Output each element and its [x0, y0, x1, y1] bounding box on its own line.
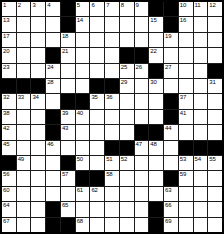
block-r10c14 [194, 141, 208, 155]
block-r2c12 [164, 17, 178, 31]
clue-number: 38 [3, 110, 9, 117]
clue-number: 19 [165, 33, 171, 40]
cell-r15c2[interactable] [17, 218, 31, 232]
clue-number: 10 [180, 2, 186, 9]
cell-r15c14[interactable] [194, 218, 208, 232]
cell-r12c1[interactable]: 56 [2, 171, 16, 185]
cell-r6c9[interactable]: 29 [120, 79, 134, 93]
cell-r5c3[interactable] [31, 64, 45, 78]
clue-number: 65 [62, 202, 68, 209]
cell-r3c6[interactable] [76, 33, 90, 47]
cell-r9c8[interactable] [105, 125, 119, 139]
block-r9c10 [135, 125, 149, 139]
cell-r11c12[interactable] [164, 156, 178, 170]
cell-r4c12[interactable] [164, 48, 178, 62]
cell-r14c9[interactable] [120, 202, 134, 216]
cell-r6c13[interactable] [179, 79, 193, 93]
clue-number: 11 [195, 2, 201, 9]
clue-number: 39 [62, 110, 68, 117]
cell-r9c7[interactable] [90, 125, 104, 139]
block-r6c8 [105, 79, 119, 93]
clue-number: 66 [165, 202, 171, 209]
crossword-board: 1234567891011121314151617181920212223242… [0, 0, 224, 234]
clue-number: 56 [3, 171, 9, 178]
clue-number: 2 [18, 2, 21, 9]
clue-number: 33 [18, 94, 24, 101]
block-r5c15 [208, 64, 222, 78]
cell-r3c1[interactable]: 17 [2, 33, 16, 47]
clue-number: 44 [165, 125, 171, 132]
cell-r12c14[interactable] [194, 171, 208, 185]
cell-r15c1[interactable]: 67 [2, 218, 16, 232]
cell-r8c2[interactable] [17, 110, 31, 124]
cell-r3c11[interactable] [149, 33, 163, 47]
cell-r14c14[interactable] [194, 202, 208, 216]
cell-r5c1[interactable]: 23 [2, 64, 16, 78]
cell-r13c15[interactable] [208, 187, 222, 201]
block-r15c4 [46, 218, 60, 232]
cell-r1c8[interactable]: 7 [105, 2, 119, 16]
cell-r5c7[interactable] [90, 64, 104, 78]
cell-r9c14[interactable] [194, 125, 208, 139]
cell-r6c6[interactable] [76, 79, 90, 93]
cell-r9c9[interactable] [120, 125, 134, 139]
cell-r8c1[interactable]: 38 [2, 110, 16, 124]
clue-number: 14 [77, 17, 83, 24]
cell-r10c5[interactable] [61, 141, 75, 155]
cell-r11c13[interactable]: 53 [179, 156, 193, 170]
cell-r2c14[interactable] [194, 17, 208, 31]
clue-number: 55 [209, 156, 215, 163]
cell-r8c13[interactable]: 41 [179, 110, 193, 124]
cell-r13c11[interactable] [149, 187, 163, 201]
cell-r2c3[interactable] [31, 17, 45, 31]
cell-r6c15[interactable]: 31 [208, 79, 222, 93]
cell-r14c6[interactable] [76, 202, 90, 216]
cell-r13c5[interactable] [61, 187, 75, 201]
block-r10c13 [179, 141, 193, 155]
clue-number: 68 [77, 218, 83, 225]
cell-r5c13[interactable] [179, 64, 193, 78]
clue-number: 69 [165, 218, 171, 225]
cell-r8c3[interactable] [31, 110, 45, 124]
clue-number: 16 [180, 17, 186, 24]
clue-number: 34 [32, 94, 38, 101]
cell-r14c7[interactable] [90, 202, 104, 216]
clue-number: 60 [3, 187, 9, 194]
clue-number: 25 [121, 64, 127, 71]
cell-r15c12[interactable]: 69 [164, 218, 178, 232]
block-r1c12 [164, 2, 178, 16]
block-r4c4 [46, 48, 60, 62]
cell-r1c15[interactable]: 12 [208, 2, 222, 16]
cell-r4c1[interactable]: 20 [2, 48, 16, 62]
clue-number: 40 [77, 110, 83, 117]
block-r1c11 [149, 2, 163, 16]
clue-number: 13 [3, 17, 9, 24]
cell-r6c10[interactable] [135, 79, 149, 93]
cell-r6c14[interactable] [194, 79, 208, 93]
cell-r11c14[interactable]: 54 [194, 156, 208, 170]
cell-r4c8[interactable] [105, 48, 119, 62]
cell-r5c8[interactable] [105, 64, 119, 78]
cell-r2c8[interactable] [105, 17, 119, 31]
clue-number: 17 [3, 33, 9, 40]
cell-r13c6[interactable]: 61 [76, 187, 90, 201]
cell-r14c3[interactable] [31, 202, 45, 216]
cell-r1c14[interactable]: 11 [194, 2, 208, 16]
block-r14c11 [149, 202, 163, 216]
cell-r7c7[interactable]: 35 [90, 94, 104, 108]
cell-r3c14[interactable] [194, 33, 208, 47]
block-r10c9 [120, 141, 134, 155]
cell-r2c1[interactable]: 13 [2, 17, 16, 31]
cell-r10c3[interactable] [31, 141, 45, 155]
clue-number: 50 [77, 156, 83, 163]
block-r9c11 [149, 125, 163, 139]
clue-number: 30 [150, 79, 156, 86]
block-r4c9 [120, 48, 134, 62]
cell-r13c10[interactable] [135, 187, 149, 201]
cell-r5c2[interactable] [17, 64, 31, 78]
cell-r4c13[interactable] [179, 48, 193, 62]
clue-number: 3 [32, 2, 35, 9]
block-r6c7 [90, 79, 104, 93]
cell-r3c13[interactable] [179, 33, 193, 47]
clue-number: 4 [47, 2, 50, 9]
cell-r8c6[interactable]: 40 [76, 110, 90, 124]
cell-r2c7[interactable] [90, 17, 104, 31]
clue-number: 54 [195, 156, 201, 163]
cell-r1c10[interactable]: 9 [135, 2, 149, 16]
cell-r13c2[interactable] [17, 187, 31, 201]
cell-r15c8[interactable] [105, 218, 119, 232]
cell-r4c15[interactable] [208, 48, 222, 62]
cell-r3c3[interactable] [31, 33, 45, 47]
cell-r2c13[interactable]: 16 [179, 17, 193, 31]
cell-r7c9[interactable] [120, 94, 134, 108]
cell-r3c7[interactable] [90, 33, 104, 47]
clue-number: 43 [62, 125, 68, 132]
cell-r12c15[interactable] [208, 171, 222, 185]
clue-number: 67 [3, 218, 9, 225]
clue-number: 22 [150, 48, 156, 55]
block-r6c2 [17, 79, 31, 93]
clue-number: 49 [18, 156, 24, 163]
cell-r5c9[interactable]: 25 [120, 64, 134, 78]
cell-r9c5[interactable]: 43 [61, 125, 75, 139]
cell-r11c4[interactable] [46, 156, 60, 170]
cell-r13c1[interactable]: 60 [2, 187, 16, 201]
cell-r14c2[interactable] [17, 202, 31, 216]
block-r12c7 [90, 171, 104, 185]
cell-r6c4[interactable]: 28 [46, 79, 60, 93]
cell-r13c14[interactable] [194, 187, 208, 201]
clue-number: 12 [209, 2, 215, 9]
clue-number: 24 [47, 64, 53, 71]
cell-r7c11[interactable] [149, 94, 163, 108]
cell-r10c12[interactable] [164, 141, 178, 155]
cell-r4c11[interactable]: 22 [149, 48, 163, 62]
clue-number: 42 [3, 125, 9, 132]
cell-r7c15[interactable] [208, 94, 222, 108]
cell-r7c10[interactable] [135, 94, 149, 108]
cell-r6c12[interactable] [164, 79, 178, 93]
clue-number: 41 [180, 110, 186, 117]
clue-number: 8 [121, 2, 124, 9]
cell-r12c11[interactable] [149, 171, 163, 185]
cell-r14c8[interactable] [105, 202, 119, 216]
cell-r10c2[interactable] [17, 141, 31, 155]
cell-r10c10[interactable]: 47 [135, 141, 149, 155]
clue-number: 48 [150, 141, 156, 148]
cell-r9c13[interactable] [179, 125, 193, 139]
cell-r12c3[interactable] [31, 171, 45, 185]
cell-r12c4[interactable] [46, 171, 60, 185]
clue-number: 1 [3, 2, 6, 9]
cell-r3c9[interactable] [120, 33, 134, 47]
clue-number: 23 [3, 64, 9, 71]
cell-r13c8[interactable] [105, 187, 119, 201]
cell-r7c13[interactable]: 37 [179, 94, 193, 108]
clue-number: 45 [3, 141, 9, 148]
cell-r10c6[interactable] [76, 141, 90, 155]
cell-r1c6[interactable]: 5 [76, 2, 90, 16]
cell-r14c10[interactable] [135, 202, 149, 216]
cell-r8c7[interactable] [90, 110, 104, 124]
cell-r5c5[interactable] [61, 64, 75, 78]
cell-r10c4[interactable]: 46 [46, 141, 60, 155]
block-r9c4 [46, 125, 60, 139]
cell-r9c3[interactable] [31, 125, 45, 139]
cell-r2c11[interactable]: 15 [149, 17, 163, 31]
cell-r13c3[interactable] [31, 187, 45, 201]
block-r7c5 [61, 94, 75, 108]
cell-r10c11[interactable]: 48 [149, 141, 163, 155]
cell-r11c10[interactable] [135, 156, 149, 170]
cell-r7c3[interactable]: 34 [31, 94, 45, 108]
cell-r8c5[interactable]: 39 [61, 110, 75, 124]
clue-number: 6 [91, 2, 94, 9]
clue-number: 18 [62, 33, 68, 40]
clue-number: 27 [165, 64, 171, 71]
clue-number: 20 [3, 48, 9, 55]
block-r10c15 [208, 141, 222, 155]
cell-r6c5[interactable] [61, 79, 75, 93]
clue-number: 32 [3, 94, 9, 101]
clue-number: 53 [180, 156, 186, 163]
clue-number: 35 [91, 94, 97, 101]
block-r7c12 [164, 94, 178, 108]
clue-number: 63 [165, 187, 171, 194]
block-r15c5 [61, 218, 75, 232]
cell-r15c9[interactable] [120, 218, 134, 232]
clue-number: 59 [180, 171, 186, 178]
cell-r5c4[interactable]: 24 [46, 64, 60, 78]
clue-number: 46 [47, 141, 53, 148]
cell-r1c1[interactable]: 1 [2, 2, 16, 16]
block-r8c4 [46, 110, 60, 124]
cell-r14c5[interactable]: 65 [61, 202, 75, 216]
block-r11c1 [2, 156, 16, 170]
clue-number: 52 [121, 156, 127, 163]
block-r15c11 [149, 218, 163, 232]
cell-r2c15[interactable] [208, 17, 222, 31]
block-r6c3 [31, 79, 45, 93]
cell-r1c4[interactable]: 4 [46, 2, 60, 16]
clue-number: 62 [91, 187, 97, 194]
clue-number: 29 [121, 79, 127, 86]
cell-r2c4[interactable] [46, 17, 60, 31]
cell-r11c8[interactable]: 51 [105, 156, 119, 170]
cell-r11c2[interactable]: 49 [17, 156, 31, 170]
clue-number: 26 [136, 64, 142, 71]
cell-r2c2[interactable] [17, 17, 31, 31]
cell-r13c13[interactable] [179, 187, 193, 201]
cell-r3c10[interactable] [135, 33, 149, 47]
clue-number: 5 [77, 2, 80, 9]
clue-number: 31 [209, 79, 215, 86]
cell-r8c10[interactable] [135, 110, 149, 124]
block-r11c5 [61, 156, 75, 170]
cell-r10c7[interactable] [90, 141, 104, 155]
cell-r15c15[interactable] [208, 218, 222, 232]
cell-r9c15[interactable] [208, 125, 222, 139]
cell-r1c2[interactable]: 2 [17, 2, 31, 16]
cell-r5c10[interactable]: 26 [135, 64, 149, 78]
cell-r14c12[interactable]: 66 [164, 202, 178, 216]
cell-r4c5[interactable]: 21 [61, 48, 75, 62]
clue-number: 64 [3, 202, 9, 209]
block-r2c5 [61, 17, 75, 31]
cell-r1c3[interactable]: 3 [31, 2, 45, 16]
cell-r11c3[interactable] [31, 156, 45, 170]
cell-r4c3[interactable] [31, 48, 45, 62]
cell-r13c7[interactable]: 62 [90, 187, 104, 201]
cell-r14c1[interactable]: 64 [2, 202, 16, 216]
cell-r15c3[interactable] [31, 218, 45, 232]
cell-r12c5[interactable]: 57 [61, 171, 75, 185]
block-r8c12 [164, 110, 178, 124]
cell-r13c9[interactable] [120, 187, 134, 201]
cell-r3c5[interactable]: 18 [61, 33, 75, 47]
clue-number: 47 [136, 141, 142, 148]
block-r6c1 [2, 79, 16, 93]
cell-r5c6[interactable] [76, 64, 90, 78]
cell-r9c12[interactable]: 44 [164, 125, 178, 139]
block-r10c8 [105, 141, 119, 155]
cell-r2c9[interactable] [120, 17, 134, 31]
cell-r4c14[interactable] [194, 48, 208, 62]
cell-r11c6[interactable]: 50 [76, 156, 90, 170]
block-r1c5 [61, 2, 75, 16]
cell-r12c10[interactable] [135, 171, 149, 185]
cell-r7c8[interactable]: 36 [105, 94, 119, 108]
cell-r2c10[interactable] [135, 17, 149, 31]
cell-r15c7[interactable] [90, 218, 104, 232]
cell-r8c14[interactable] [194, 110, 208, 124]
cell-r3c12[interactable]: 19 [164, 33, 178, 47]
cell-r1c13[interactable]: 10 [179, 2, 193, 16]
block-r4c10 [135, 48, 149, 62]
cell-r6c11[interactable]: 30 [149, 79, 163, 93]
cell-r14c15[interactable] [208, 202, 222, 216]
cell-r12c8[interactable]: 58 [105, 171, 119, 185]
clue-number: 15 [150, 17, 156, 24]
clue-number: 51 [106, 156, 112, 163]
cell-r3c8[interactable] [105, 33, 119, 47]
cell-r5c14[interactable] [194, 64, 208, 78]
cell-r11c15[interactable]: 55 [208, 156, 222, 170]
cell-r9c6[interactable] [76, 125, 90, 139]
cell-r1c7[interactable]: 6 [90, 2, 104, 16]
cell-r8c9[interactable] [120, 110, 134, 124]
clue-number: 28 [47, 79, 53, 86]
block-r14c4 [46, 202, 60, 216]
clue-number: 7 [106, 2, 109, 9]
clue-number: 21 [62, 48, 68, 55]
cell-r13c12[interactable]: 63 [164, 187, 178, 201]
cell-r2c6[interactable]: 14 [76, 17, 90, 31]
block-r12c6 [76, 171, 90, 185]
cell-r15c13[interactable] [179, 218, 193, 232]
cell-r8c8[interactable] [105, 110, 119, 124]
clue-number: 36 [106, 94, 112, 101]
block-r12c12 [164, 171, 178, 185]
cell-r12c2[interactable] [17, 171, 31, 185]
cell-r15c10[interactable] [135, 218, 149, 232]
cell-r3c15[interactable] [208, 33, 222, 47]
cell-r14c13[interactable] [179, 202, 193, 216]
clue-number: 61 [77, 187, 83, 194]
clue-number: 9 [136, 2, 139, 9]
clue-number: 57 [62, 171, 68, 178]
cell-r4c7[interactable] [90, 48, 104, 62]
block-r5c11 [149, 64, 163, 78]
cell-r9c2[interactable] [17, 125, 31, 139]
cell-r11c7[interactable] [90, 156, 104, 170]
cell-r8c15[interactable] [208, 110, 222, 124]
cell-r15c6[interactable]: 68 [76, 218, 90, 232]
cell-r4c2[interactable] [17, 48, 31, 62]
cell-r5c12[interactable]: 27 [164, 64, 178, 78]
cell-r12c9[interactable] [120, 171, 134, 185]
cell-r4c6[interactable] [76, 48, 90, 62]
cell-r1c9[interactable]: 8 [120, 2, 134, 16]
cell-r3c4[interactable] [46, 33, 60, 47]
cell-r11c11[interactable] [149, 156, 163, 170]
cell-r3c2[interactable] [17, 33, 31, 47]
cell-r7c14[interactable] [194, 94, 208, 108]
cell-r10c1[interactable]: 45 [2, 141, 16, 155]
block-r7c6 [76, 94, 90, 108]
cell-r7c1[interactable]: 32 [2, 94, 16, 108]
cell-r9c1[interactable]: 42 [2, 125, 16, 139]
cell-r7c4[interactable] [46, 94, 60, 108]
cell-r12c13[interactable]: 59 [179, 171, 193, 185]
cell-r11c9[interactable]: 52 [120, 156, 134, 170]
cell-r8c11[interactable] [149, 110, 163, 124]
cell-r13c4[interactable] [46, 187, 60, 201]
clue-number: 58 [106, 171, 112, 178]
clue-number: 37 [180, 94, 186, 101]
cell-r7c2[interactable]: 33 [17, 94, 31, 108]
